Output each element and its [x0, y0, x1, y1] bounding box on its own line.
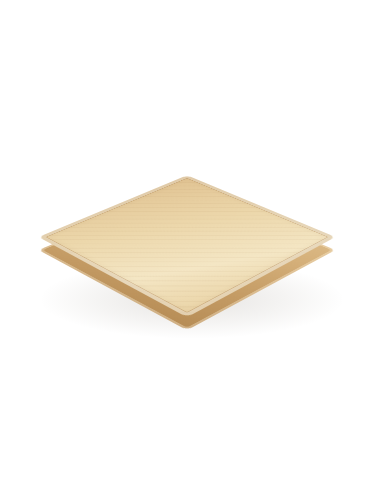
- board-photo-scene: [0, 0, 380, 494]
- pieces-layer: [0, 0, 380, 494]
